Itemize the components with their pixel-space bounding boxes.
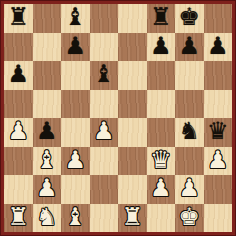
square-e1[interactable]: ♜: [118, 204, 147, 233]
square-e2[interactable]: [118, 175, 147, 204]
square-d2[interactable]: [90, 175, 119, 204]
square-b1[interactable]: ♞: [33, 204, 62, 233]
square-h1[interactable]: [204, 204, 233, 233]
square-d3[interactable]: [90, 147, 119, 176]
square-f4[interactable]: [147, 118, 176, 147]
square-f8[interactable]: ♜: [147, 4, 176, 33]
piece-white-knight: ♞: [36, 205, 58, 229]
square-g6[interactable]: [175, 61, 204, 90]
square-f3[interactable]: ♛: [147, 147, 176, 176]
square-h2[interactable]: [204, 175, 233, 204]
piece-black-pawn: ♟: [7, 62, 29, 86]
square-g2[interactable]: ♟: [175, 175, 204, 204]
square-a5[interactable]: [4, 90, 33, 119]
piece-white-pawn: ♟: [150, 176, 172, 200]
square-d5[interactable]: [90, 90, 119, 119]
square-g5[interactable]: [175, 90, 204, 119]
square-c7[interactable]: ♟: [61, 33, 90, 62]
square-c8[interactable]: ♝: [61, 4, 90, 33]
square-f5[interactable]: [147, 90, 176, 119]
piece-white-pawn: ♟: [93, 119, 115, 143]
square-c2[interactable]: [61, 175, 90, 204]
square-g7[interactable]: ♟: [175, 33, 204, 62]
piece-white-pawn: ♟: [64, 148, 86, 172]
square-b6[interactable]: [33, 61, 62, 90]
piece-black-pawn: ♟: [36, 119, 58, 143]
piece-white-rook: ♜: [7, 205, 29, 229]
piece-black-rook: ♜: [150, 5, 172, 29]
square-a8[interactable]: ♜: [4, 4, 33, 33]
piece-white-pawn: ♟: [36, 176, 58, 200]
piece-white-bishop: ♝: [36, 148, 58, 172]
piece-black-pawn: ♟: [207, 34, 229, 58]
square-h4[interactable]: ♛: [204, 118, 233, 147]
square-a3[interactable]: [4, 147, 33, 176]
square-g8[interactable]: ♚: [175, 4, 204, 33]
chess-board: ♜♝♜♚♟♟♟♟♟♝♟♟♟♞♛♝♟♛♟♟♟♟♜♞♝♜♚: [4, 4, 232, 232]
square-h5[interactable]: [204, 90, 233, 119]
piece-black-knight: ♞: [178, 119, 200, 143]
square-d1[interactable]: [90, 204, 119, 233]
piece-black-bishop: ♝: [93, 62, 115, 86]
square-c4[interactable]: [61, 118, 90, 147]
square-e8[interactable]: [118, 4, 147, 33]
piece-white-pawn: ♟: [207, 148, 229, 172]
square-b5[interactable]: [33, 90, 62, 119]
square-g1[interactable]: ♚: [175, 204, 204, 233]
piece-black-pawn: ♟: [64, 34, 86, 58]
square-b3[interactable]: ♝: [33, 147, 62, 176]
square-f2[interactable]: ♟: [147, 175, 176, 204]
piece-black-queen: ♛: [207, 119, 229, 143]
square-h3[interactable]: ♟: [204, 147, 233, 176]
square-h6[interactable]: [204, 61, 233, 90]
square-a1[interactable]: ♜: [4, 204, 33, 233]
square-c3[interactable]: ♟: [61, 147, 90, 176]
square-f6[interactable]: [147, 61, 176, 90]
square-c1[interactable]: ♝: [61, 204, 90, 233]
square-g3[interactable]: [175, 147, 204, 176]
square-a6[interactable]: ♟: [4, 61, 33, 90]
square-b4[interactable]: ♟: [33, 118, 62, 147]
square-f7[interactable]: ♟: [147, 33, 176, 62]
piece-black-king: ♚: [178, 5, 200, 29]
square-e4[interactable]: [118, 118, 147, 147]
piece-black-bishop: ♝: [64, 5, 86, 29]
square-b2[interactable]: ♟: [33, 175, 62, 204]
square-e6[interactable]: [118, 61, 147, 90]
square-e7[interactable]: [118, 33, 147, 62]
square-c6[interactable]: [61, 61, 90, 90]
square-h8[interactable]: [204, 4, 233, 33]
square-a2[interactable]: [4, 175, 33, 204]
piece-white-pawn: ♟: [7, 119, 29, 143]
square-b8[interactable]: [33, 4, 62, 33]
square-g4[interactable]: ♞: [175, 118, 204, 147]
piece-black-pawn: ♟: [178, 34, 200, 58]
square-e5[interactable]: [118, 90, 147, 119]
square-d8[interactable]: [90, 4, 119, 33]
piece-white-rook: ♜: [121, 205, 143, 229]
piece-white-king: ♚: [178, 205, 200, 229]
board-frame: ♜♝♜♚♟♟♟♟♟♝♟♟♟♞♛♝♟♛♟♟♟♟♜♞♝♜♚: [0, 0, 236, 236]
piece-white-bishop: ♝: [64, 205, 86, 229]
square-a4[interactable]: ♟: [4, 118, 33, 147]
square-d7[interactable]: [90, 33, 119, 62]
piece-black-rook: ♜: [7, 5, 29, 29]
square-c5[interactable]: [61, 90, 90, 119]
piece-white-pawn: ♟: [178, 176, 200, 200]
piece-white-queen: ♛: [150, 148, 172, 172]
square-a7[interactable]: [4, 33, 33, 62]
square-e3[interactable]: [118, 147, 147, 176]
square-d4[interactable]: ♟: [90, 118, 119, 147]
square-b7[interactable]: [33, 33, 62, 62]
piece-black-pawn: ♟: [150, 34, 172, 58]
square-d6[interactable]: ♝: [90, 61, 119, 90]
square-h7[interactable]: ♟: [204, 33, 233, 62]
square-f1[interactable]: [147, 204, 176, 233]
